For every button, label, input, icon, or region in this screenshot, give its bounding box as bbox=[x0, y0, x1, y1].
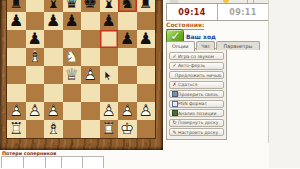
square-e2[interactable] bbox=[81, 102, 100, 120]
square-d8[interactable]: ♛ bbox=[63, 0, 82, 12]
check-icon: ✓ bbox=[172, 54, 177, 59]
tab-bar: Опции Чат Параметры bbox=[166, 41, 260, 49]
square-a2[interactable]: ♟♙ bbox=[7, 102, 26, 120]
square-f8[interactable]: ♝ bbox=[100, 0, 119, 12]
square-c3[interactable] bbox=[44, 84, 63, 102]
square-c6[interactable] bbox=[44, 30, 63, 48]
document-icon bbox=[172, 101, 177, 107]
white-pawn-a2: ♙ bbox=[7, 102, 26, 120]
square-b1[interactable] bbox=[26, 120, 45, 138]
connection-icon bbox=[172, 91, 177, 97]
black-pawn-b6: ♟ bbox=[26, 30, 45, 48]
black-pawn-g6: ♟ bbox=[118, 30, 137, 48]
x-icon: ✗ bbox=[172, 82, 177, 87]
captured-col-Ладьи: Ладьи bbox=[62, 157, 83, 169]
square-c5[interactable] bbox=[44, 48, 63, 66]
your-move-text: Ваш ход bbox=[186, 33, 216, 40]
rotate-icon: ↻ bbox=[172, 120, 177, 125]
offer-draw-button[interactable]: Предложить ничью bbox=[169, 71, 224, 79]
square-e6[interactable] bbox=[81, 30, 100, 48]
white-pawn-b2: ♙ bbox=[26, 102, 45, 120]
square-h8[interactable]: ♜ bbox=[137, 0, 156, 12]
square-h5[interactable] bbox=[137, 48, 156, 66]
square-e8[interactable]: ♚ bbox=[81, 0, 100, 12]
square-d5[interactable]: ♞♘ bbox=[63, 48, 82, 66]
captured-col-Кони: Кони bbox=[45, 157, 62, 169]
sound-toggle-button[interactable]: ✓ Игра со звуком bbox=[169, 52, 224, 60]
square-g8[interactable]: ♞ bbox=[118, 0, 137, 12]
square-h2[interactable]: ♟♙ bbox=[137, 102, 156, 120]
tab-chat[interactable]: Чат bbox=[196, 41, 215, 50]
file-label-e: e bbox=[81, 140, 100, 148]
white-pawn-e4-fill: ♟ bbox=[81, 66, 100, 84]
configure-board-button[interactable]: ✎ Настроить доску bbox=[169, 128, 224, 136]
white-pawn-c2-fill: ♟ bbox=[44, 102, 63, 120]
rank-label-2: 2 bbox=[0, 108, 7, 114]
square-c8[interactable]: ♝ bbox=[44, 0, 63, 12]
white-bishop-c1: ♗ bbox=[44, 120, 63, 138]
white-king-g1: ♔ bbox=[118, 120, 137, 138]
chess-board-frame: ♜♝♛♚♝♞♜♟♟♟♟♟♟♟♝♗♞♘♛♕♟♙♟♙♟♙♟♙♟♙♟♙♟♙♜♖♝♗♜♖… bbox=[0, 0, 163, 150]
square-f5[interactable] bbox=[100, 48, 119, 66]
right-background bbox=[269, 0, 300, 168]
white-rook-f1: ♖ bbox=[100, 120, 119, 138]
black-rook-h8: ♜ bbox=[137, 0, 156, 12]
square-b4[interactable] bbox=[26, 66, 45, 84]
square-h6[interactable]: ♟ bbox=[137, 30, 156, 48]
rank-label-8: 8 bbox=[0, 0, 7, 6]
black-rook-a8: ♜ bbox=[7, 0, 26, 12]
square-g4[interactable] bbox=[118, 66, 137, 84]
white-pawn-e4: ♙ bbox=[81, 66, 100, 84]
square-a3[interactable] bbox=[7, 84, 26, 102]
rank-label-3: 3 bbox=[0, 90, 7, 96]
square-a7[interactable]: ♟ bbox=[7, 12, 26, 30]
panel-divider bbox=[268, 0, 269, 143]
square-d2[interactable] bbox=[63, 102, 82, 120]
check-connection-button[interactable]: Проверить связь bbox=[169, 90, 224, 98]
black-pawn-f7: ♟ bbox=[100, 12, 119, 30]
chess-board[interactable]: ♜♝♛♚♝♞♜♟♟♟♟♟♟♟♝♗♞♘♛♕♟♙♟♙♟♙♟♙♟♙♟♙♟♙♜♖♝♗♜♖… bbox=[7, 0, 155, 138]
square-f7[interactable]: ♟ bbox=[100, 12, 119, 30]
black-pawn-h6: ♟ bbox=[137, 30, 156, 48]
clock-table: 09:14 09:11 bbox=[166, 3, 269, 21]
captured-pieces-table: ПешкиСлоныКониЛадьиФерзи ♙♘ bbox=[1, 156, 104, 168]
analysis-icon bbox=[172, 110, 177, 116]
tab-options[interactable]: Опции bbox=[166, 41, 195, 51]
black-bishop-f8: ♝ bbox=[100, 0, 119, 12]
white-bishop-c1-fill: ♝ bbox=[44, 120, 63, 138]
rank-label-6: 6 bbox=[0, 36, 7, 42]
square-g6[interactable]: ♟ bbox=[118, 30, 137, 48]
rank-label-5: 5 bbox=[0, 54, 7, 60]
black-pawn-d7: ♟ bbox=[63, 12, 82, 30]
square-d3[interactable] bbox=[63, 84, 82, 102]
square-e7[interactable] bbox=[81, 12, 100, 30]
square-c7[interactable]: ♟ bbox=[44, 12, 63, 30]
square-f3[interactable] bbox=[100, 84, 119, 102]
white-pawn-f2-fill: ♟ bbox=[100, 102, 119, 120]
black-clock: 09:11 bbox=[218, 4, 268, 20]
file-label-d: d bbox=[63, 140, 82, 148]
square-g3[interactable] bbox=[118, 84, 137, 102]
captured-col-Пешки: Пешки bbox=[2, 157, 24, 169]
file-label-c: c bbox=[44, 140, 63, 148]
file-label-f: f bbox=[100, 140, 119, 148]
square-f2[interactable]: ♟♙ bbox=[100, 102, 119, 120]
white-rook-a1-fill: ♜ bbox=[7, 120, 26, 138]
white-rook-a1: ♖ bbox=[7, 120, 26, 138]
square-d1[interactable] bbox=[63, 120, 82, 138]
square-a4[interactable] bbox=[7, 66, 26, 84]
white-pawn-g2: ♙ bbox=[118, 102, 137, 120]
square-e4[interactable]: ♟♙ bbox=[81, 66, 100, 84]
rank-label-4: 4 bbox=[0, 72, 7, 78]
white-pawn-h2: ♙ bbox=[137, 102, 156, 120]
square-d7[interactable]: ♟ bbox=[63, 12, 82, 30]
white-pawn-h2-fill: ♟ bbox=[137, 102, 156, 120]
square-a8[interactable]: ♜ bbox=[7, 0, 26, 12]
square-b5[interactable]: ♝♗ bbox=[26, 48, 45, 66]
square-h4[interactable] bbox=[137, 66, 156, 84]
file-label-h: h bbox=[137, 140, 156, 148]
auto-queen-toggle-button[interactable]: ✓ Авто-ферзь bbox=[169, 62, 224, 70]
square-b8[interactable] bbox=[26, 0, 45, 12]
pgn-format-button[interactable]: PGN формат bbox=[169, 100, 224, 108]
square-e5[interactable] bbox=[81, 48, 100, 66]
square-e1[interactable] bbox=[81, 120, 100, 138]
square-a6[interactable] bbox=[7, 30, 26, 48]
white-pawn-a2-fill: ♟ bbox=[7, 102, 26, 120]
file-label-b: b bbox=[26, 140, 45, 148]
white-king-g1-fill: ♚ bbox=[118, 120, 137, 138]
black-pawn-c7: ♟ bbox=[44, 12, 63, 30]
white-pawn-b2-fill: ♟ bbox=[26, 102, 45, 120]
square-g1[interactable]: ♚♔ bbox=[118, 120, 137, 138]
square-b3[interactable] bbox=[26, 84, 45, 102]
square-a5[interactable] bbox=[7, 48, 26, 66]
square-f6[interactable] bbox=[100, 30, 119, 48]
black-knight-g8: ♞ bbox=[118, 0, 137, 12]
square-d4[interactable]: ♛♕ bbox=[63, 66, 82, 84]
white-knight-d5: ♘ bbox=[63, 48, 82, 66]
mouse-cursor bbox=[104, 66, 112, 85]
square-b7[interactable] bbox=[26, 12, 45, 30]
white-bishop-b5-fill: ♝ bbox=[26, 48, 45, 66]
options-panel: ✓ Игра со звуком ✓ Авто-ферзь Предложить… bbox=[166, 48, 227, 140]
file-label-a: a bbox=[7, 140, 26, 148]
check-icon: ✓ bbox=[172, 63, 177, 68]
square-b2[interactable]: ♟♙ bbox=[26, 102, 45, 120]
captured-col-Слоны: Слоны bbox=[24, 157, 45, 169]
square-c1[interactable]: ♝♗ bbox=[44, 120, 63, 138]
pencil-icon: ✎ bbox=[172, 130, 177, 135]
analyze-position-button[interactable]: Анализ позиции bbox=[169, 109, 224, 117]
square-g2[interactable]: ♟♙ bbox=[118, 102, 137, 120]
white-pawn-g2-fill: ♟ bbox=[118, 102, 137, 120]
square-g5[interactable] bbox=[118, 48, 137, 66]
square-c2[interactable]: ♟♙ bbox=[44, 102, 63, 120]
file-label-g: g bbox=[118, 140, 137, 148]
black-pawn-a7: ♟ bbox=[7, 12, 26, 30]
white-pawn-f2: ♙ bbox=[100, 102, 119, 120]
square-g7[interactable] bbox=[118, 12, 137, 30]
square-b6[interactable]: ♟ bbox=[26, 30, 45, 48]
square-h7[interactable] bbox=[137, 12, 156, 30]
white-bishop-b5: ♗ bbox=[26, 48, 45, 66]
white-pawn-c2: ♙ bbox=[44, 102, 63, 120]
white-queen-d4: ♕ bbox=[63, 66, 82, 84]
black-queen-d8: ♛ bbox=[63, 0, 82, 12]
square-e3[interactable] bbox=[81, 84, 100, 102]
square-a1[interactable]: ♜♖ bbox=[7, 120, 26, 138]
flip-board-button[interactable]: ↻ Повернуть доску bbox=[169, 119, 224, 127]
black-king-e8: ♚ bbox=[81, 0, 100, 12]
captured-col-Ферзи: Ферзи bbox=[83, 157, 104, 169]
tab-parameters[interactable]: Параметры bbox=[216, 41, 260, 50]
resign-button[interactable]: ✗ Сдаться bbox=[169, 81, 224, 89]
square-h3[interactable] bbox=[137, 84, 156, 102]
white-queen-d4-fill: ♛ bbox=[63, 66, 82, 84]
rank-label-7: 7 bbox=[0, 18, 7, 24]
square-c4[interactable] bbox=[44, 66, 63, 84]
square-f1[interactable]: ♜♖ bbox=[100, 120, 119, 138]
white-rook-f1-fill: ♜ bbox=[100, 120, 119, 138]
black-bishop-c8: ♝ bbox=[44, 0, 63, 12]
rank-label-1: 1 bbox=[0, 126, 7, 132]
square-d6[interactable] bbox=[63, 30, 82, 48]
white-clock: 09:14 bbox=[167, 4, 218, 20]
square-h1[interactable] bbox=[137, 120, 156, 138]
white-knight-d5-fill: ♞ bbox=[63, 48, 82, 66]
captured-pieces-title: Потери соперников bbox=[2, 150, 56, 156]
